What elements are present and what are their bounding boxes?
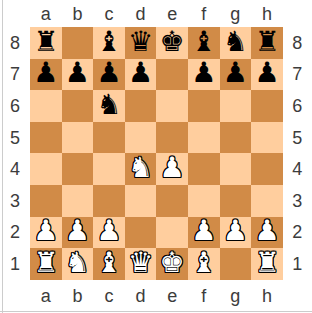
square-g2[interactable]: ♟	[220, 217, 252, 249]
square-c7[interactable]: ♟	[93, 59, 125, 91]
piece-black-pawn[interactable]: ♟	[223, 59, 248, 87]
rank-label-5-right: 5	[283, 122, 312, 154]
rank-label-8-right: 8	[283, 27, 312, 59]
file-label-f-top: f	[188, 0, 220, 27]
rank-label-3-left: 3	[0, 185, 30, 217]
piece-white-pawn[interactable]: ♟	[254, 217, 279, 245]
file-label-a-top: a	[30, 0, 62, 27]
rank-label-2-right: 2	[283, 217, 312, 249]
rank-label-4-right: 4	[283, 153, 312, 185]
square-c4[interactable]	[93, 153, 125, 185]
piece-black-rook[interactable]: ♜	[33, 28, 58, 56]
file-label-b-top: b	[62, 0, 94, 27]
square-e5[interactable]	[156, 122, 188, 154]
square-g3[interactable]	[220, 185, 252, 217]
square-h2[interactable]: ♟	[251, 217, 283, 249]
rank-label-1-right: 1	[283, 248, 312, 280]
piece-white-pawn[interactable]: ♟	[223, 217, 248, 245]
square-d6[interactable]	[125, 90, 157, 122]
square-b7[interactable]: ♟	[62, 59, 94, 91]
piece-white-knight[interactable]: ♞	[65, 249, 90, 277]
square-d1[interactable]: ♛	[125, 248, 157, 280]
piece-white-pawn[interactable]: ♟	[96, 217, 121, 245]
piece-white-pawn[interactable]: ♟	[191, 217, 216, 245]
square-g5[interactable]	[220, 122, 252, 154]
square-c2[interactable]: ♟	[93, 217, 125, 249]
file-label-d-top: d	[125, 0, 157, 27]
square-a8[interactable]: ♜	[30, 27, 62, 59]
piece-black-bishop[interactable]: ♝	[191, 28, 216, 56]
rank-label-7-left: 7	[0, 59, 30, 91]
bottom-border-line	[0, 311, 312, 312]
piece-black-knight[interactable]: ♞	[96, 91, 121, 119]
square-e8[interactable]: ♚	[156, 27, 188, 59]
rank-label-1-left: 1	[0, 248, 30, 280]
square-e1[interactable]: ♚	[156, 248, 188, 280]
square-d8[interactable]: ♛	[125, 27, 157, 59]
piece-white-knight[interactable]: ♞	[128, 154, 153, 182]
square-d5[interactable]	[125, 122, 157, 154]
rank-label-5-left: 5	[0, 122, 30, 154]
square-g7[interactable]: ♟	[220, 59, 252, 91]
square-e6[interactable]	[156, 90, 188, 122]
board-margin	[283, 0, 312, 27]
rank-label-6-left: 6	[0, 90, 30, 122]
file-label-c-top: c	[93, 0, 125, 27]
file-label-g-top: g	[220, 0, 252, 27]
piece-black-rook[interactable]: ♜	[254, 28, 279, 56]
file-label-g-bottom: g	[220, 280, 252, 313]
file-label-h-bottom: h	[251, 280, 283, 313]
square-e2[interactable]	[156, 217, 188, 249]
square-a4[interactable]	[30, 153, 62, 185]
square-d3[interactable]	[125, 185, 157, 217]
file-label-c-bottom: c	[93, 280, 125, 313]
square-c3[interactable]	[93, 185, 125, 217]
square-h3[interactable]	[251, 185, 283, 217]
square-f3[interactable]	[188, 185, 220, 217]
square-g4[interactable]	[220, 153, 252, 185]
rank-label-8-left: 8	[0, 27, 30, 59]
piece-white-bishop[interactable]: ♝	[96, 249, 121, 277]
piece-black-pawn[interactable]: ♟	[96, 59, 121, 87]
piece-black-queen[interactable]: ♛	[128, 28, 153, 56]
square-a2[interactable]: ♟	[30, 217, 62, 249]
piece-white-pawn[interactable]: ♟	[65, 217, 90, 245]
square-f1[interactable]: ♝	[188, 248, 220, 280]
file-label-e-bottom: e	[156, 280, 188, 313]
square-h5[interactable]	[251, 122, 283, 154]
square-b3[interactable]	[62, 185, 94, 217]
square-f2[interactable]: ♟	[188, 217, 220, 249]
file-label-b-bottom: b	[62, 280, 94, 313]
piece-white-rook[interactable]: ♜	[33, 249, 58, 277]
file-label-h-top: h	[251, 0, 283, 27]
rank-label-7-right: 7	[283, 59, 312, 91]
piece-black-pawn[interactable]: ♟	[254, 59, 279, 87]
square-g8[interactable]: ♞	[220, 27, 252, 59]
board-margin	[283, 280, 312, 313]
piece-white-bishop[interactable]: ♝	[191, 249, 216, 277]
square-c5[interactable]	[93, 122, 125, 154]
piece-black-knight[interactable]: ♞	[223, 28, 248, 56]
square-c8[interactable]: ♝	[93, 27, 125, 59]
file-label-e-top: e	[156, 0, 188, 27]
square-a1[interactable]: ♜	[30, 248, 62, 280]
piece-black-pawn[interactable]: ♟	[191, 59, 216, 87]
square-e7[interactable]	[156, 59, 188, 91]
piece-black-pawn[interactable]: ♟	[128, 59, 153, 87]
piece-black-pawn[interactable]: ♟	[33, 59, 58, 87]
piece-black-pawn[interactable]: ♟	[65, 59, 90, 87]
square-f4[interactable]	[188, 153, 220, 185]
rank-label-3-right: 3	[283, 185, 312, 217]
piece-white-rook[interactable]: ♜	[254, 249, 279, 277]
square-h7[interactable]: ♟	[251, 59, 283, 91]
square-h6[interactable]	[251, 90, 283, 122]
rank-label-6-right: 6	[283, 90, 312, 122]
piece-black-king[interactable]: ♚	[160, 28, 185, 56]
square-a5[interactable]	[30, 122, 62, 154]
square-b6[interactable]	[62, 90, 94, 122]
square-h1[interactable]: ♜	[251, 248, 283, 280]
file-label-a-bottom: a	[30, 280, 62, 313]
square-d7[interactable]: ♟	[125, 59, 157, 91]
piece-white-pawn[interactable]: ♟	[33, 217, 58, 245]
piece-white-queen[interactable]: ♛	[128, 249, 153, 277]
square-f7[interactable]: ♟	[188, 59, 220, 91]
square-h4[interactable]	[251, 153, 283, 185]
square-c6[interactable]: ♞	[93, 90, 125, 122]
file-label-d-bottom: d	[125, 280, 157, 313]
piece-black-bishop[interactable]: ♝	[96, 28, 121, 56]
square-c1[interactable]: ♝	[93, 248, 125, 280]
square-f6[interactable]	[188, 90, 220, 122]
square-a3[interactable]	[30, 185, 62, 217]
file-label-f-bottom: f	[188, 280, 220, 313]
piece-white-king[interactable]: ♚	[160, 249, 185, 277]
square-h8[interactable]: ♜	[251, 27, 283, 59]
board-margin	[0, 280, 30, 313]
square-f5[interactable]	[188, 122, 220, 154]
piece-white-pawn[interactable]: ♟	[160, 154, 185, 182]
left-border-line	[2, 0, 3, 313]
square-f8[interactable]: ♝	[188, 27, 220, 59]
square-b8[interactable]	[62, 27, 94, 59]
square-e4[interactable]: ♟	[156, 153, 188, 185]
square-b1[interactable]: ♞	[62, 248, 94, 280]
chess-diagram: abcdefgh8♜♝♛♚♝♞♜87♟♟♟♟♟♟♟76♞6554♞♟4332♟♟…	[0, 0, 312, 313]
square-d4[interactable]: ♞	[125, 153, 157, 185]
square-g6[interactable]	[220, 90, 252, 122]
board-margin	[0, 0, 30, 27]
square-d2[interactable]	[125, 217, 157, 249]
square-e3[interactable]	[156, 185, 188, 217]
rank-label-4-left: 4	[0, 153, 30, 185]
rank-label-2-left: 2	[0, 217, 30, 249]
square-a6[interactable]	[30, 90, 62, 122]
square-b4[interactable]	[62, 153, 94, 185]
square-b5[interactable]	[62, 122, 94, 154]
chess-board: abcdefgh8♜♝♛♚♝♞♜87♟♟♟♟♟♟♟76♞6554♞♟4332♟♟…	[0, 0, 312, 313]
square-a7[interactable]: ♟	[30, 59, 62, 91]
square-g1[interactable]	[220, 248, 252, 280]
square-b2[interactable]: ♟	[62, 217, 94, 249]
